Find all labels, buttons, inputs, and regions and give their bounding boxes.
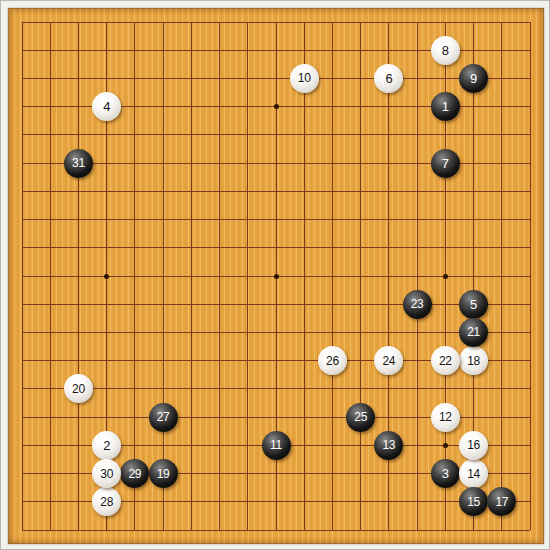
stone-white-8: 8 [431,36,460,65]
move-number: 19 [157,468,170,480]
stone-black-3: 3 [431,459,460,488]
move-number: 26 [326,355,339,367]
move-number: 17 [495,496,508,508]
move-number: 27 [157,411,170,423]
move-number: 13 [383,439,396,451]
stone-black-31: 31 [64,149,93,178]
star-point [104,274,109,279]
stone-white-22: 22 [431,346,460,375]
move-number: 23 [411,298,424,310]
move-number: 7 [442,157,449,170]
move-number: 24 [383,355,396,367]
stone-black-1: 1 [431,92,460,121]
stone-white-26: 26 [318,346,347,375]
star-point [274,104,279,109]
board-frame: 1234567891011121314151617181920212223242… [0,0,550,550]
stone-white-14: 14 [459,459,488,488]
move-number: 25 [354,411,367,423]
move-number: 3 [442,467,449,480]
move-number: 20 [72,383,85,395]
move-number: 4 [103,100,110,113]
move-number: 22 [439,355,452,367]
move-number: 28 [100,496,113,508]
stone-black-25: 25 [346,403,375,432]
move-number: 2 [103,439,110,452]
stone-black-9: 9 [459,64,488,93]
stone-black-19: 19 [149,459,178,488]
move-number: 30 [100,468,113,480]
stone-black-23: 23 [403,290,432,319]
move-number: 16 [467,439,480,451]
star-point [443,443,448,448]
move-number: 15 [467,496,480,508]
stone-white-10: 10 [290,64,319,93]
stone-black-11: 11 [262,431,291,460]
star-point [443,274,448,279]
stone-black-27: 27 [149,403,178,432]
move-number: 21 [467,326,480,338]
move-number: 9 [470,72,477,85]
move-number: 31 [72,157,85,169]
stone-white-30: 30 [92,459,121,488]
move-number: 6 [385,72,392,85]
go-board[interactable]: 1234567891011121314151617181920212223242… [8,8,544,544]
move-number: 14 [467,468,480,480]
move-number: 18 [467,355,480,367]
stone-black-13: 13 [374,431,403,460]
move-number: 29 [129,468,142,480]
stone-black-21: 21 [459,318,488,347]
move-number: 5 [470,298,477,311]
move-number: 11 [270,439,282,451]
move-number: 10 [298,72,311,84]
stone-white-18: 18 [459,346,488,375]
stone-white-16: 16 [459,431,488,460]
stone-black-7: 7 [431,149,460,178]
move-number: 8 [442,44,449,57]
move-number: 12 [439,411,452,423]
stone-black-5: 5 [459,290,488,319]
move-number: 1 [442,100,449,113]
stone-white-12: 12 [431,403,460,432]
stone-white-2: 2 [92,431,121,460]
star-point [274,274,279,279]
